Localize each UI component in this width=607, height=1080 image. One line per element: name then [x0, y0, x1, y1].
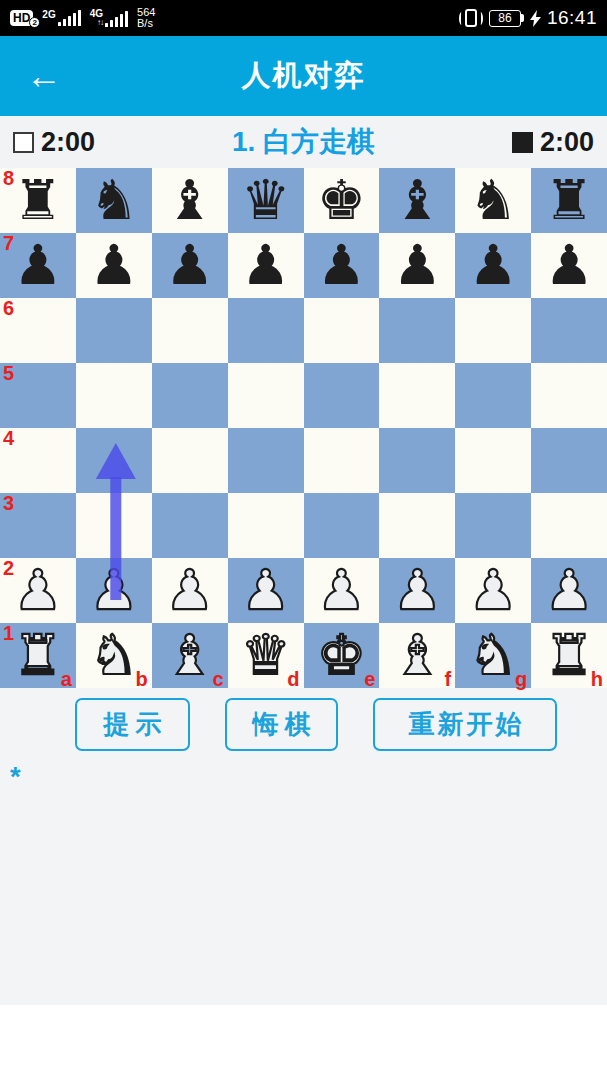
square-e8[interactable]: ♚ [304, 168, 380, 233]
square-c6[interactable] [152, 298, 228, 363]
square-d8[interactable]: ♛ [228, 168, 304, 233]
black-side-icon [512, 132, 533, 153]
square-g3[interactable] [455, 493, 531, 558]
white-pawn-h2: ♟ [531, 558, 607, 623]
square-b6[interactable] [76, 298, 152, 363]
white-side-icon [13, 132, 34, 153]
white-pawn-c2: ♟ [152, 558, 228, 623]
button-row: 提示 悔棋 重新开始 [75, 688, 607, 751]
page-title: 人机对弈 [0, 56, 607, 96]
square-c7[interactable]: ♟ [152, 233, 228, 298]
square-a2[interactable]: 2♟ [0, 558, 76, 623]
hd-sub-badge: 2 [29, 17, 40, 28]
bottom-blank-area [0, 1005, 607, 1080]
square-d6[interactable] [228, 298, 304, 363]
square-d5[interactable] [228, 363, 304, 428]
file-label-a: a [61, 669, 72, 689]
status-bar: HD 2 2G 4G ↑↓ 564 B/s [0, 0, 607, 36]
square-c2[interactable]: ♟ [152, 558, 228, 623]
file-label-f: f [445, 669, 452, 689]
white-pawn-g2: ♟ [455, 558, 531, 623]
square-f7[interactable]: ♟ [379, 233, 455, 298]
square-g8[interactable]: ♞ [455, 168, 531, 233]
square-g5[interactable] [455, 363, 531, 428]
black-king-e8: ♚ [304, 168, 380, 233]
charging-bolt-icon [530, 10, 541, 27]
square-h1[interactable]: h♜ [531, 623, 607, 688]
network-speed: 564 B/s [137, 7, 155, 29]
rank-label-6: 6 [3, 298, 14, 318]
square-d4[interactable] [228, 428, 304, 493]
hint-button[interactable]: 提示 [75, 698, 190, 751]
file-label-b: b [136, 669, 148, 689]
black-timer: 2:00 [512, 127, 594, 158]
rank-label-7: 7 [3, 233, 14, 253]
square-f4[interactable] [379, 428, 455, 493]
black-pawn-e7: ♟ [304, 233, 380, 298]
square-e6[interactable] [304, 298, 380, 363]
file-label-h: h [591, 669, 603, 689]
square-d3[interactable] [228, 493, 304, 558]
status-bar-right: 86 16:41 [459, 7, 597, 29]
square-g1[interactable]: g♞ [455, 623, 531, 688]
rank-label-2: 2 [3, 558, 14, 578]
black-bishop-f8: ♝ [379, 168, 455, 233]
white-pawn-b2: ♟ [76, 558, 152, 623]
file-label-g: g [515, 669, 527, 689]
app-header: 人机对弈 ← [0, 36, 607, 116]
signal-bars-2g [58, 10, 81, 26]
square-f3[interactable] [379, 493, 455, 558]
square-g6[interactable] [455, 298, 531, 363]
speed-unit: B/s [137, 18, 155, 29]
file-label-d: d [287, 669, 299, 689]
status-bar-left: HD 2 2G 4G ↑↓ 564 B/s [10, 7, 155, 29]
square-d1[interactable]: d♛ [228, 623, 304, 688]
square-h3[interactable] [531, 493, 607, 558]
rank-label-8: 8 [3, 168, 14, 188]
square-g2[interactable]: ♟ [455, 558, 531, 623]
square-e7[interactable]: ♟ [304, 233, 380, 298]
white-pawn-d2: ♟ [228, 558, 304, 623]
square-a5[interactable]: 5 [0, 363, 76, 428]
square-c1[interactable]: c♝ [152, 623, 228, 688]
white-pawn-f2: ♟ [379, 558, 455, 623]
turn-indicator: 1. 白方走棋 [95, 123, 512, 161]
black-bishop-c8: ♝ [152, 168, 228, 233]
black-pawn-h7: ♟ [531, 233, 607, 298]
hd-label: HD [13, 11, 30, 25]
rank-label-3: 3 [3, 493, 14, 513]
square-b8[interactable]: ♞ [76, 168, 152, 233]
square-d7[interactable]: ♟ [228, 233, 304, 298]
signal-bars-4g [105, 11, 128, 27]
square-a6[interactable]: 6 [0, 298, 76, 363]
white-timer: 2:00 [13, 127, 95, 158]
square-a7[interactable]: 7♟ [0, 233, 76, 298]
white-pawn-e2: ♟ [304, 558, 380, 623]
square-c5[interactable] [152, 363, 228, 428]
black-time-value: 2:00 [540, 127, 594, 158]
square-b4[interactable] [76, 428, 152, 493]
square-h4[interactable] [531, 428, 607, 493]
net1-label: 2G [42, 10, 55, 20]
footnote-asterisk: * [10, 767, 607, 787]
square-b3[interactable] [76, 493, 152, 558]
square-h5[interactable] [531, 363, 607, 428]
square-f1[interactable]: f♝ [379, 623, 455, 688]
battery-percent: 86 [489, 10, 521, 27]
file-label-c: c [213, 669, 224, 689]
square-e2[interactable]: ♟ [304, 558, 380, 623]
square-b7[interactable]: ♟ [76, 233, 152, 298]
square-h7[interactable]: ♟ [531, 233, 607, 298]
square-a1[interactable]: 1a♜ [0, 623, 76, 688]
signal-4g-icon: 4G ↑↓ [90, 9, 128, 27]
square-e3[interactable] [304, 493, 380, 558]
square-a8[interactable]: 8♜ [0, 168, 76, 233]
square-c8[interactable]: ♝ [152, 168, 228, 233]
rank-label-1: 1 [3, 623, 14, 643]
app-screen: HD 2 2G 4G ↑↓ 564 B/s [0, 0, 607, 1080]
square-e5[interactable] [304, 363, 380, 428]
square-g7[interactable]: ♟ [455, 233, 531, 298]
chess-board-wrap: 8♜♞♝♛♚♝♞♜7♟♟♟♟♟♟♟♟65432♟♟♟♟♟♟♟♟1a♜b♞c♝d♛… [0, 168, 607, 688]
square-h8[interactable]: ♜ [531, 168, 607, 233]
square-h2[interactable]: ♟ [531, 558, 607, 623]
game-bar: 2:00 1. 白方走棋 2:00 [0, 116, 607, 168]
status-time: 16:41 [547, 7, 597, 29]
square-d2[interactable]: ♟ [228, 558, 304, 623]
square-g4[interactable] [455, 428, 531, 493]
square-a4[interactable]: 4 [0, 428, 76, 493]
square-h6[interactable] [531, 298, 607, 363]
square-c4[interactable] [152, 428, 228, 493]
black-knight-g8: ♞ [455, 168, 531, 233]
restart-button[interactable]: 重新开始 [373, 698, 557, 751]
black-pawn-c7: ♟ [152, 233, 228, 298]
square-f6[interactable] [379, 298, 455, 363]
square-e4[interactable] [304, 428, 380, 493]
signal-2g-icon: 2G [42, 10, 80, 26]
file-label-e: e [364, 669, 375, 689]
net2-arrows-icon: ↑↓ [97, 19, 103, 27]
black-rook-h8: ♜ [531, 168, 607, 233]
black-pawn-g7: ♟ [455, 233, 531, 298]
square-f8[interactable]: ♝ [379, 168, 455, 233]
black-knight-b8: ♞ [76, 168, 152, 233]
black-queen-d8: ♛ [228, 168, 304, 233]
white-time-value: 2:00 [41, 127, 95, 158]
black-pawn-d7: ♟ [228, 233, 304, 298]
controls-area: 提示 悔棋 重新开始 * [0, 688, 607, 1005]
black-pawn-b7: ♟ [76, 233, 152, 298]
square-f2[interactable]: ♟ [379, 558, 455, 623]
rank-label-4: 4 [3, 428, 14, 448]
vibrate-icon [459, 9, 483, 27]
battery-icon: 86 [489, 10, 524, 27]
rank-label-5: 5 [3, 363, 14, 383]
square-c3[interactable] [152, 493, 228, 558]
undo-move-button[interactable]: 悔棋 [225, 698, 338, 751]
square-a3[interactable]: 3 [0, 493, 76, 558]
chess-board: 8♜♞♝♛♚♝♞♜7♟♟♟♟♟♟♟♟65432♟♟♟♟♟♟♟♟1a♜b♞c♝d♛… [0, 168, 607, 688]
black-pawn-f7: ♟ [379, 233, 455, 298]
square-b5[interactable] [76, 363, 152, 428]
square-b2[interactable]: ♟ [76, 558, 152, 623]
hd-volte-icon: HD 2 [10, 10, 33, 26]
square-b1[interactable]: b♞ [76, 623, 152, 688]
square-f5[interactable] [379, 363, 455, 428]
square-e1[interactable]: e♚ [304, 623, 380, 688]
